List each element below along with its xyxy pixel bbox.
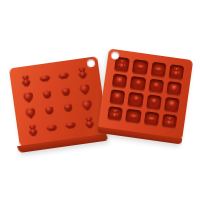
tulip-icon bbox=[42, 103, 58, 117]
mold-right-cell-r4c3-lips bbox=[143, 111, 159, 127]
mold-left-grid bbox=[17, 64, 99, 138]
mold-left-back-side bbox=[9, 56, 108, 147]
bear-icon bbox=[18, 73, 34, 87]
mold-right-side-edge bbox=[97, 127, 182, 145]
mold-right-cell-r2c3-tulip bbox=[148, 78, 164, 94]
mold-right-cell-r4c4-bear bbox=[161, 113, 177, 129]
mold-right-cell-r3c2-tulip bbox=[127, 92, 143, 108]
mold-left-cell-r1c1-bear bbox=[17, 72, 36, 89]
mold-right-cell-r2c2-tulip bbox=[130, 75, 146, 91]
tulip-icon bbox=[149, 80, 162, 93]
mold-right-cell-r3c1-heart bbox=[109, 89, 125, 105]
tulip-icon bbox=[129, 93, 142, 106]
mold-right-cell-r3c4-heart bbox=[164, 97, 180, 113]
heart-icon bbox=[23, 106, 39, 120]
bear-icon bbox=[109, 107, 122, 120]
tulip-icon bbox=[58, 84, 74, 98]
mold-left-cell-r2c1-heart bbox=[19, 89, 38, 106]
lips-icon bbox=[145, 112, 158, 125]
mold-left-cell-r1c3-lips bbox=[54, 67, 73, 84]
mold-right-cavity-side bbox=[98, 48, 193, 140]
heart-icon bbox=[165, 98, 178, 111]
heart-icon bbox=[77, 82, 93, 96]
mold-right-cell-r4c2-lips bbox=[125, 108, 141, 124]
lips-icon bbox=[37, 71, 53, 85]
heart-icon bbox=[20, 90, 36, 104]
lips-icon bbox=[63, 117, 79, 131]
bear-icon bbox=[81, 114, 97, 128]
mold-right-grid bbox=[107, 57, 184, 130]
mold-left-cell-r2c3-tulip bbox=[57, 83, 76, 100]
bear-icon bbox=[116, 58, 129, 71]
mold-right-cell-r2c1-heart bbox=[112, 73, 128, 89]
mold-right-cell-r1c4-bear bbox=[168, 64, 184, 80]
mold-right-cell-r4c1-bear bbox=[107, 106, 123, 122]
mold-left-cell-r3c1-heart bbox=[21, 105, 40, 122]
mold-left-cell-r2c2-tulip bbox=[38, 86, 57, 103]
mold-right-cell-r1c3-lips bbox=[150, 62, 166, 78]
mold-left-cell-r4c1-bear bbox=[24, 121, 43, 138]
tulip-icon bbox=[147, 96, 160, 109]
mold-left-hang-hole bbox=[86, 59, 95, 68]
product-photo-stage bbox=[0, 0, 200, 200]
lips-icon bbox=[134, 61, 147, 74]
mold-left-cell-r3c2-tulip bbox=[40, 102, 59, 119]
mold-right-cell-r2c4-heart bbox=[166, 80, 182, 96]
mold-left-cell-r2c4-heart bbox=[76, 81, 95, 98]
bear-icon bbox=[170, 66, 183, 79]
mold-left-cell-r3c4-heart bbox=[78, 97, 97, 114]
bear-icon bbox=[163, 115, 176, 128]
bear-icon bbox=[25, 122, 41, 136]
mold-left-cell-r4c2-lips bbox=[43, 119, 62, 136]
tulip-icon bbox=[60, 101, 76, 115]
lips-icon bbox=[44, 120, 60, 134]
mold-left-cell-r4c4-bear bbox=[80, 113, 99, 130]
lips-icon bbox=[127, 110, 140, 123]
bear-icon bbox=[75, 65, 91, 79]
mold-right-cell-r3c3-tulip bbox=[146, 94, 162, 110]
heart-icon bbox=[168, 82, 181, 95]
mold-left-cell-r4c3-lips bbox=[61, 116, 80, 133]
lips-icon bbox=[56, 68, 72, 82]
heart-icon bbox=[79, 98, 95, 112]
mold-left-cell-r1c2-lips bbox=[36, 70, 55, 87]
mold-left-cell-r3c3-tulip bbox=[59, 100, 78, 117]
tulip-icon bbox=[39, 87, 55, 101]
tulip-icon bbox=[131, 77, 144, 90]
mold-right-cell-r1c2-lips bbox=[132, 59, 148, 75]
heart-icon bbox=[111, 91, 124, 104]
lips-icon bbox=[152, 63, 165, 76]
heart-icon bbox=[113, 75, 126, 88]
